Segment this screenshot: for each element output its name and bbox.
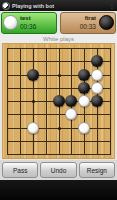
black-player-card: firat 00:33 xyxy=(60,12,116,34)
player-cards: test 00:36 firat 00:33 xyxy=(0,12,117,34)
black-stone xyxy=(78,82,90,94)
star-point xyxy=(58,74,61,77)
resign-button[interactable]: Resign xyxy=(79,162,115,178)
black-stone xyxy=(53,95,65,107)
app-title: Playing with bot xyxy=(12,3,109,9)
system-nav-bar xyxy=(0,180,117,200)
white-stone xyxy=(78,122,90,134)
turn-status: White plays xyxy=(0,34,117,43)
white-player-name: test xyxy=(20,15,31,21)
undo-button[interactable]: Undo xyxy=(40,162,76,178)
black-stone-icon xyxy=(99,15,114,30)
grid-hline xyxy=(7,154,111,155)
black-stone xyxy=(65,95,77,107)
go-board[interactable] xyxy=(2,43,115,159)
white-stone xyxy=(91,69,103,81)
white-player-clock: 00:36 xyxy=(20,23,36,30)
black-stone xyxy=(91,55,103,67)
white-stone xyxy=(27,122,39,134)
white-stone xyxy=(65,108,77,120)
grid-vline xyxy=(110,48,111,155)
white-player-card: test 00:36 xyxy=(1,12,57,34)
star-point xyxy=(58,127,61,130)
pass-button[interactable]: Pass xyxy=(2,162,38,178)
grid-hline xyxy=(7,114,111,115)
black-player-name: firat xyxy=(85,15,96,21)
white-stone-icon xyxy=(3,15,18,30)
black-stone xyxy=(78,69,90,81)
action-bar: Playing with bot ⋮ xyxy=(0,0,117,11)
star-point xyxy=(32,100,35,103)
button-bar: Pass Undo Resign xyxy=(0,160,117,180)
screen: Playing with bot ⋮ test 00:36 firat 00:3… xyxy=(0,0,117,200)
white-stone xyxy=(78,95,90,107)
white-stone xyxy=(91,82,103,94)
app-icon xyxy=(2,2,10,10)
grid-hline xyxy=(7,141,111,142)
black-stone xyxy=(91,95,103,107)
turn-status-text: White plays xyxy=(43,36,74,42)
overflow-menu-icon[interactable]: ⋮ xyxy=(109,3,115,9)
black-player-clock: 00:33 xyxy=(80,23,96,30)
black-stone xyxy=(27,69,39,81)
